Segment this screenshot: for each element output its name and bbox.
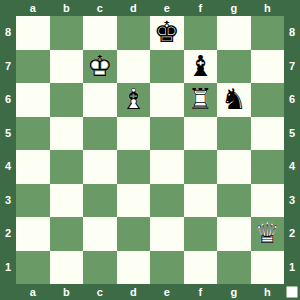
file-labels-bottom: abcdefgh bbox=[16, 284, 284, 300]
square-f4[interactable] bbox=[184, 150, 218, 184]
square-b5[interactable] bbox=[50, 117, 84, 151]
file-label-g-bottom: g bbox=[217, 284, 251, 300]
piece-black-knight[interactable]: ♞ bbox=[217, 83, 251, 117]
rank-labels-left: 87654321 bbox=[0, 16, 16, 284]
square-e3[interactable] bbox=[150, 184, 184, 218]
square-e6[interactable] bbox=[150, 83, 184, 117]
rank-label-5-left: 5 bbox=[0, 117, 16, 151]
file-label-a-bottom: a bbox=[16, 284, 50, 300]
square-e5[interactable] bbox=[150, 117, 184, 151]
rank-label-4-left: 4 bbox=[0, 150, 16, 184]
square-a3[interactable] bbox=[16, 184, 50, 218]
file-label-b-top: b bbox=[50, 0, 84, 16]
file-label-b-bottom: b bbox=[50, 284, 84, 300]
square-h1[interactable] bbox=[251, 251, 285, 285]
rank-label-6-left: 6 bbox=[0, 83, 16, 117]
square-g7[interactable] bbox=[217, 50, 251, 84]
file-labels-top: abcdefgh bbox=[16, 0, 284, 16]
white-piece-outline-glyph: ♗ bbox=[117, 83, 151, 117]
file-label-e-bottom: e bbox=[150, 284, 184, 300]
square-c5[interactable] bbox=[83, 117, 117, 151]
piece-black-bishop[interactable]: ♝ bbox=[184, 50, 218, 84]
rank-label-2-right: 2 bbox=[284, 217, 300, 251]
square-b2[interactable] bbox=[50, 217, 84, 251]
rank-label-3-left: 3 bbox=[0, 184, 16, 218]
square-g4[interactable] bbox=[217, 150, 251, 184]
square-h3[interactable] bbox=[251, 184, 285, 218]
square-f7[interactable]: ♝ bbox=[184, 50, 218, 84]
file-label-d-top: d bbox=[117, 0, 151, 16]
square-d8[interactable] bbox=[117, 16, 151, 50]
square-f1[interactable] bbox=[184, 251, 218, 285]
rank-label-3-right: 3 bbox=[284, 184, 300, 218]
piece-white-king[interactable]: ♚♔ bbox=[83, 50, 117, 84]
square-a8[interactable] bbox=[16, 16, 50, 50]
rank-label-8-left: 8 bbox=[0, 16, 16, 50]
rank-label-1-left: 1 bbox=[0, 251, 16, 285]
piece-white-queen[interactable]: ♛♕ bbox=[251, 217, 285, 251]
square-d6[interactable]: ♝♗ bbox=[117, 83, 151, 117]
square-h5[interactable] bbox=[251, 117, 285, 151]
piece-white-bishop[interactable]: ♝♗ bbox=[117, 83, 151, 117]
file-label-a-top: a bbox=[16, 0, 50, 16]
white-to-move-indicator bbox=[287, 287, 298, 298]
piece-black-king[interactable]: ♚ bbox=[150, 16, 184, 50]
square-h2[interactable]: ♛♕ bbox=[251, 217, 285, 251]
square-a4[interactable] bbox=[16, 150, 50, 184]
square-b6[interactable] bbox=[50, 83, 84, 117]
square-b8[interactable] bbox=[50, 16, 84, 50]
square-h6[interactable] bbox=[251, 83, 285, 117]
square-h8[interactable] bbox=[251, 16, 285, 50]
rank-labels-right: 87654321 bbox=[284, 16, 300, 284]
corner-top-left bbox=[0, 0, 16, 16]
square-b1[interactable] bbox=[50, 251, 84, 285]
square-a5[interactable] bbox=[16, 117, 50, 151]
square-b4[interactable] bbox=[50, 150, 84, 184]
rank-label-5-right: 5 bbox=[284, 117, 300, 151]
rank-label-8-right: 8 bbox=[284, 16, 300, 50]
square-b7[interactable] bbox=[50, 50, 84, 84]
rank-label-6-right: 6 bbox=[284, 83, 300, 117]
file-label-c-top: c bbox=[83, 0, 117, 16]
file-label-h-top: h bbox=[251, 0, 285, 16]
square-h7[interactable] bbox=[251, 50, 285, 84]
square-a2[interactable] bbox=[16, 217, 50, 251]
corner-bottom-left bbox=[0, 284, 16, 300]
square-f5[interactable] bbox=[184, 117, 218, 151]
piece-white-rook[interactable]: ♜♖ bbox=[184, 83, 218, 117]
square-e4[interactable] bbox=[150, 150, 184, 184]
square-g3[interactable] bbox=[217, 184, 251, 218]
square-h4[interactable] bbox=[251, 150, 285, 184]
file-label-g-top: g bbox=[217, 0, 251, 16]
square-a7[interactable] bbox=[16, 50, 50, 84]
rank-label-1-right: 1 bbox=[284, 251, 300, 285]
file-label-c-bottom: c bbox=[83, 284, 117, 300]
square-d4[interactable] bbox=[117, 150, 151, 184]
square-d3[interactable] bbox=[117, 184, 151, 218]
square-f2[interactable] bbox=[184, 217, 218, 251]
file-label-f-top: f bbox=[184, 0, 218, 16]
rank-label-7-left: 7 bbox=[0, 50, 16, 84]
square-e2[interactable] bbox=[150, 217, 184, 251]
rank-label-4-right: 4 bbox=[284, 150, 300, 184]
white-piece-outline-glyph: ♕ bbox=[251, 217, 285, 251]
file-label-e-top: e bbox=[150, 0, 184, 16]
square-g5[interactable] bbox=[217, 117, 251, 151]
square-e8[interactable]: ♚ bbox=[150, 16, 184, 50]
file-label-d-bottom: d bbox=[117, 284, 151, 300]
square-c8[interactable] bbox=[83, 16, 117, 50]
square-g6[interactable]: ♞ bbox=[217, 83, 251, 117]
square-c3[interactable] bbox=[83, 184, 117, 218]
square-e7[interactable] bbox=[150, 50, 184, 84]
corner-bottom-right bbox=[284, 284, 300, 300]
white-piece-outline-glyph: ♔ bbox=[83, 50, 117, 84]
corner-top-right bbox=[284, 0, 300, 16]
square-f3[interactable] bbox=[184, 184, 218, 218]
square-d7[interactable] bbox=[117, 50, 151, 84]
rank-label-2-left: 2 bbox=[0, 217, 16, 251]
square-g1[interactable] bbox=[217, 251, 251, 285]
square-d1[interactable] bbox=[117, 251, 151, 285]
file-label-h-bottom: h bbox=[251, 284, 285, 300]
square-g2[interactable] bbox=[217, 217, 251, 251]
square-f8[interactable] bbox=[184, 16, 218, 50]
rank-label-7-right: 7 bbox=[284, 50, 300, 84]
square-e1[interactable] bbox=[150, 251, 184, 285]
chess-board-frame: abcdefgh 87654321 ♚♚♔♝♝♗♜♖♞♛♕ 87654321 a… bbox=[0, 0, 300, 300]
square-a6[interactable] bbox=[16, 83, 50, 117]
square-c6[interactable] bbox=[83, 83, 117, 117]
square-a1[interactable] bbox=[16, 251, 50, 285]
square-c7[interactable]: ♚♔ bbox=[83, 50, 117, 84]
square-g8[interactable] bbox=[217, 16, 251, 50]
white-piece-outline-glyph: ♖ bbox=[184, 83, 218, 117]
square-d2[interactable] bbox=[117, 217, 151, 251]
square-b3[interactable] bbox=[50, 184, 84, 218]
square-d5[interactable] bbox=[117, 117, 151, 151]
chess-board: ♚♚♔♝♝♗♜♖♞♛♕ bbox=[16, 16, 284, 284]
file-label-f-bottom: f bbox=[184, 284, 218, 300]
square-c1[interactable] bbox=[83, 251, 117, 285]
square-c2[interactable] bbox=[83, 217, 117, 251]
square-f6[interactable]: ♜♖ bbox=[184, 83, 218, 117]
square-c4[interactable] bbox=[83, 150, 117, 184]
